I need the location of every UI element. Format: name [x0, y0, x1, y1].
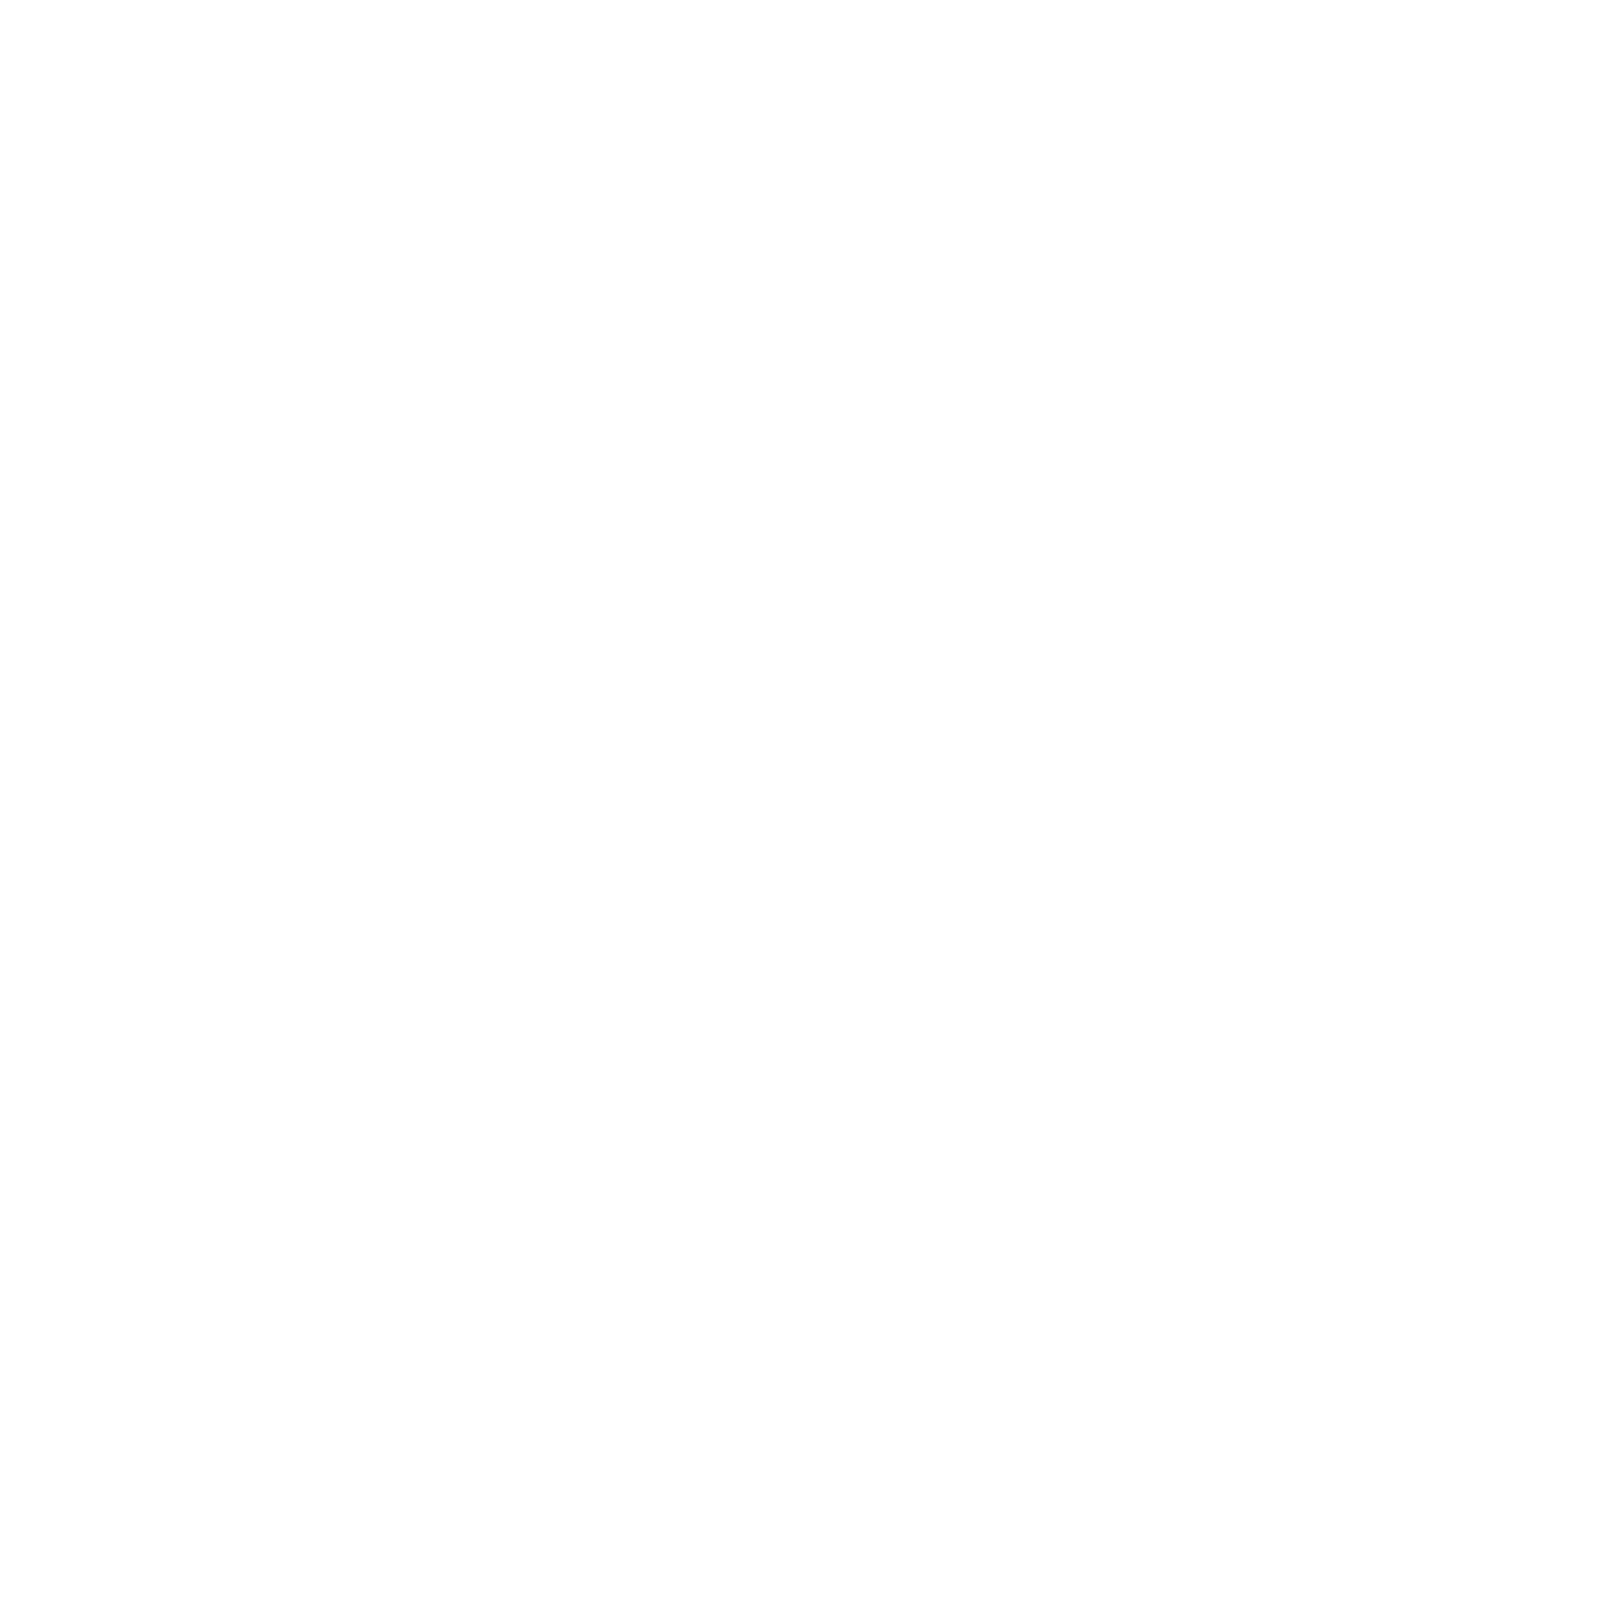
chessboard-photo [0, 0, 1600, 1600]
product-photo-chess-box [0, 0, 1600, 1600]
